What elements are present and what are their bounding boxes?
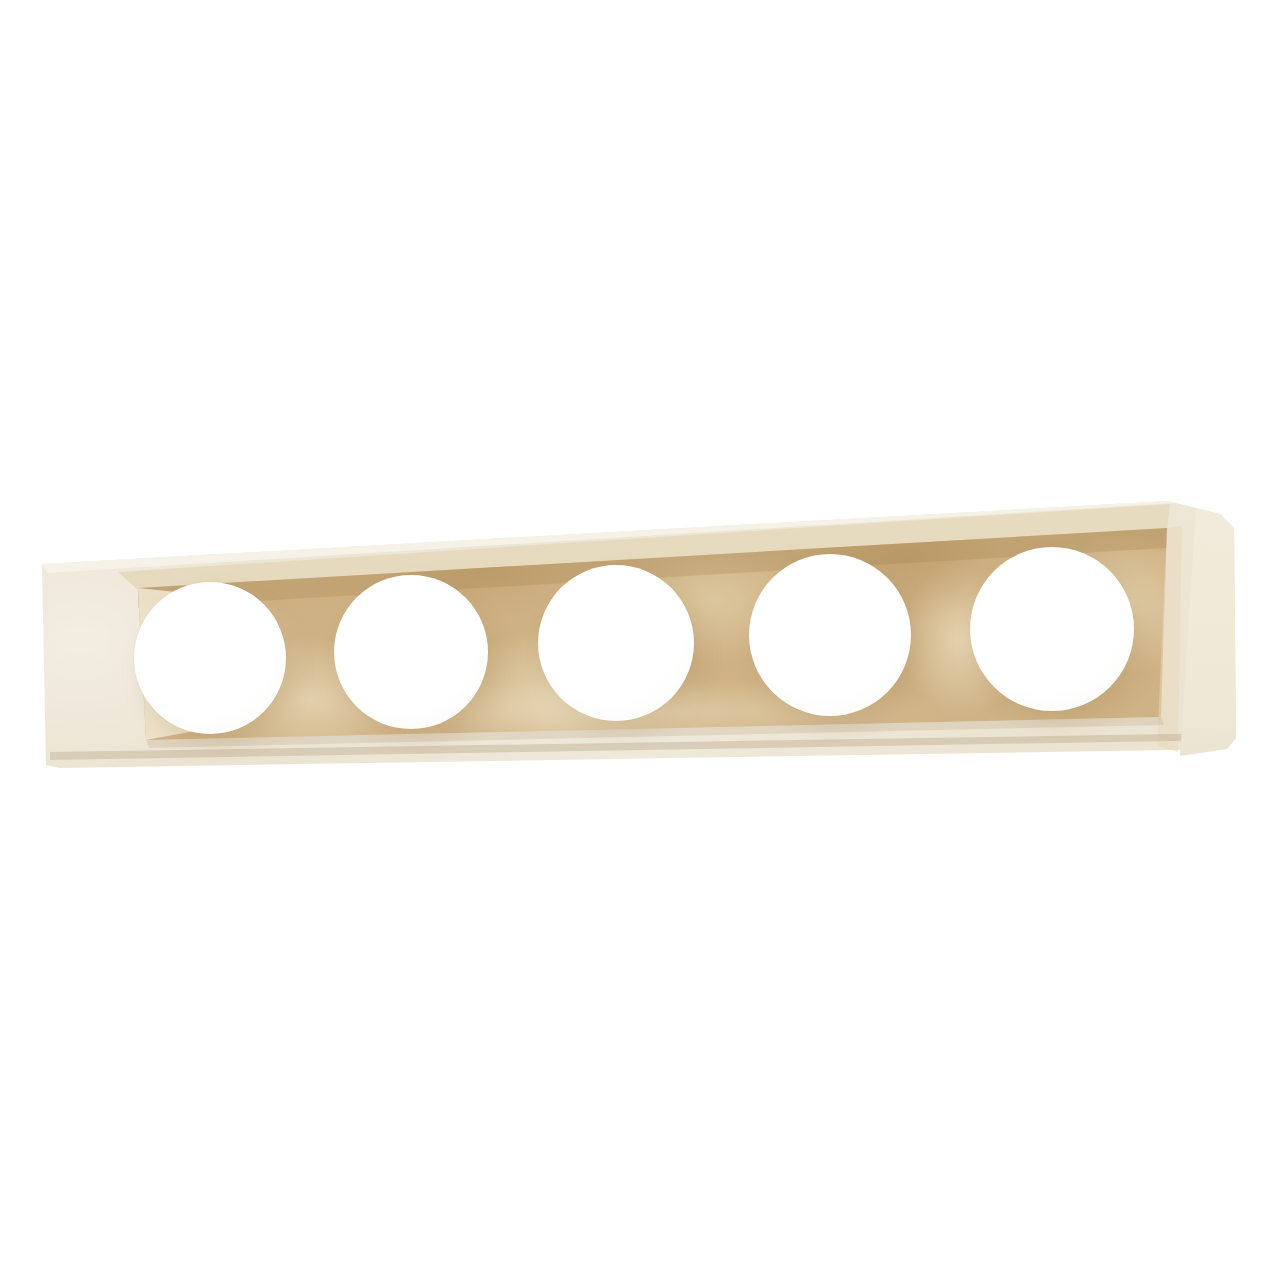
glass-globe-4: [749, 554, 911, 716]
vanity-light-fixture: [0, 0, 1280, 1280]
product-photo-canvas: [0, 0, 1280, 1280]
glass-globe-5: [970, 547, 1134, 711]
glass-globe-1: [134, 582, 286, 734]
glass-globe-2: [334, 575, 488, 729]
glass-globe-3: [538, 565, 694, 721]
